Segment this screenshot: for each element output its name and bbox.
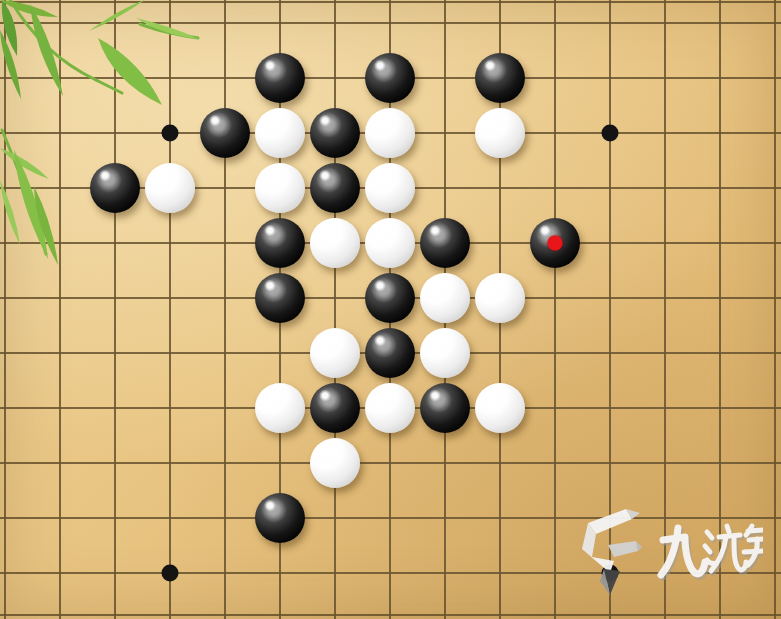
black-stone <box>255 493 305 543</box>
black-stone <box>255 53 305 103</box>
9game-g-mark <box>582 509 642 595</box>
watermark-9game <box>573 496 763 608</box>
white-stone <box>420 273 470 323</box>
white-stone <box>310 328 360 378</box>
star-point <box>602 125 619 142</box>
star-point <box>162 565 179 582</box>
white-stone <box>365 163 415 213</box>
black-stone <box>475 53 525 103</box>
black-stone <box>420 218 470 268</box>
black-stone <box>310 108 360 158</box>
grid-vline <box>169 0 171 619</box>
grid-hline-clipped-bottom <box>0 614 781 616</box>
white-stone <box>310 218 360 268</box>
white-stone <box>310 438 360 488</box>
black-stone <box>310 383 360 433</box>
grid-hline-clipped-top <box>0 1 781 3</box>
black-stone <box>310 163 360 213</box>
white-stone <box>255 163 305 213</box>
grid-vline <box>554 0 556 619</box>
black-stone <box>530 218 580 268</box>
black-stone <box>365 53 415 103</box>
grid-vline <box>224 0 226 619</box>
black-stone <box>420 383 470 433</box>
black-stone <box>255 218 305 268</box>
gomoku-screenshot <box>0 0 781 619</box>
black-stone <box>255 273 305 323</box>
white-stone <box>255 383 305 433</box>
white-stone <box>365 383 415 433</box>
black-stone <box>365 273 415 323</box>
grid-hline <box>0 462 781 464</box>
black-stone <box>365 328 415 378</box>
white-stone <box>475 108 525 158</box>
grid-vline <box>334 0 336 619</box>
grid-vline <box>114 0 116 619</box>
grid-hline <box>0 22 781 24</box>
white-stone <box>475 273 525 323</box>
grid-vline <box>774 0 776 619</box>
white-stone <box>255 108 305 158</box>
white-stone <box>365 218 415 268</box>
9game-logo-icon <box>573 496 763 608</box>
white-stone <box>145 163 195 213</box>
white-stone <box>365 108 415 158</box>
black-stone <box>90 163 140 213</box>
white-stone <box>475 383 525 433</box>
white-stone <box>420 328 470 378</box>
grid-vline <box>59 0 61 619</box>
last-move-marker <box>548 236 563 251</box>
grid-vline <box>4 0 6 619</box>
black-stone <box>200 108 250 158</box>
star-point <box>162 125 179 142</box>
